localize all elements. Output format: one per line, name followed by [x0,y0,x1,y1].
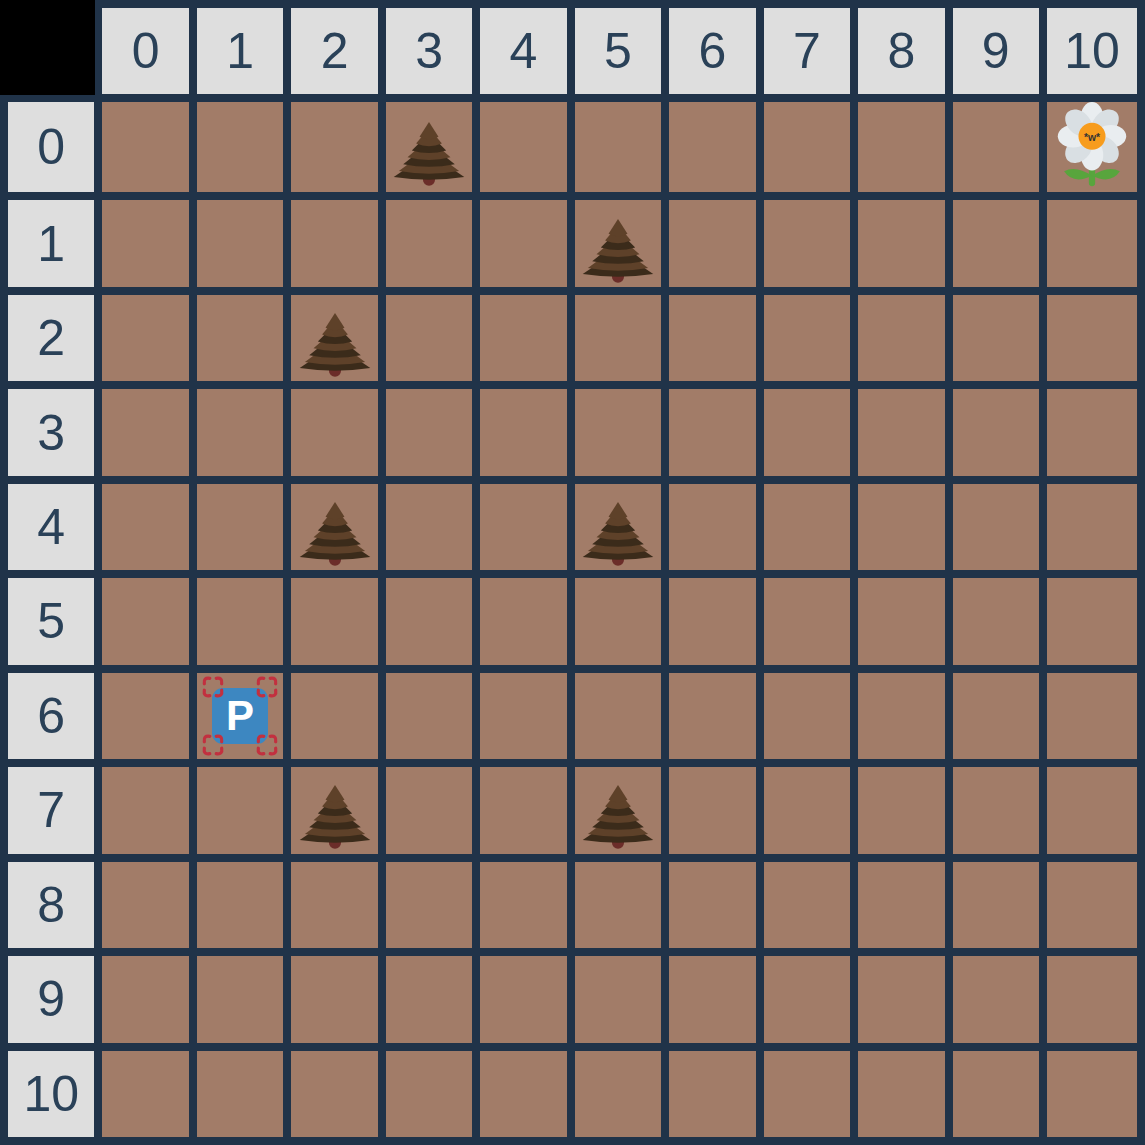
cell-5-9[interactable] [953,578,1039,664]
cell-8-4[interactable] [480,862,566,948]
anger-mark-icon [200,674,226,700]
anger-mark-icon [200,732,226,758]
col-header-2: 2 [291,8,377,94]
cell-7-7[interactable] [764,767,850,853]
cell-8-7[interactable] [764,862,850,948]
row-header-0: 0 [8,102,94,192]
cell-6-7[interactable] [764,673,850,759]
col-header-6: 6 [669,8,755,94]
anger-mark-icon [254,674,280,700]
row-header-2: 2 [8,295,94,381]
row-header-6: 6 [8,673,94,759]
cell-4-5[interactable] [575,484,661,570]
tree-icon [575,767,661,853]
cell-5-3[interactable] [386,578,472,664]
cell-2-4[interactable] [480,295,566,381]
row-header-5: 5 [8,578,94,664]
cell-9-1[interactable] [197,956,283,1042]
game-board: 0123456789100 *w* 1 2 34 [0,0,1145,1145]
cell-6-4[interactable] [480,673,566,759]
cell-2-3[interactable] [386,295,472,381]
col-header-5: 5 [575,8,661,94]
corner-cell [8,8,94,94]
cell-10-0[interactable] [102,1051,188,1137]
col-header-8: 8 [858,8,944,94]
cell-3-0[interactable] [102,389,188,475]
cell-0-0[interactable] [102,102,188,192]
cell-8-3[interactable] [386,862,472,948]
tree-icon [575,484,661,570]
cell-2-2[interactable] [291,295,377,381]
cell-5-4[interactable] [480,578,566,664]
cell-0-2[interactable] [291,102,377,192]
cell-9-0[interactable] [102,956,188,1042]
cell-7-8[interactable] [858,767,944,853]
cell-4-2[interactable] [291,484,377,570]
tree-icon [292,295,378,381]
col-header-1: 1 [197,8,283,94]
cell-9-6[interactable] [669,956,755,1042]
cell-0-8[interactable] [858,102,944,192]
cell-1-6[interactable] [669,200,755,286]
cell-4-7[interactable] [764,484,850,570]
cell-1-3[interactable] [386,200,472,286]
row-header-10: 10 [8,1051,94,1137]
cell-6-1[interactable]: P [197,673,283,759]
col-header-0: 0 [102,8,188,94]
cell-2-5[interactable] [575,295,661,381]
cell-9-10[interactable] [1047,956,1137,1042]
cell-5-1[interactable] [197,578,283,664]
cell-3-2[interactable] [291,389,377,475]
cell-0-9[interactable] [953,102,1039,192]
tree-icon [292,767,378,853]
cell-10-8[interactable] [858,1051,944,1137]
cell-9-3[interactable] [386,956,472,1042]
cell-10-1[interactable] [197,1051,283,1137]
cell-7-2[interactable] [291,767,377,853]
cell-2-9[interactable] [953,295,1039,381]
cell-7-6[interactable] [669,767,755,853]
cell-6-3[interactable] [386,673,472,759]
cell-0-7[interactable] [764,102,850,192]
col-header-9: 9 [953,8,1039,94]
cell-10-6[interactable] [669,1051,755,1137]
col-header-7: 7 [764,8,850,94]
cell-9-5[interactable] [575,956,661,1042]
cell-10-5[interactable] [575,1051,661,1137]
cell-7-0[interactable] [102,767,188,853]
cell-4-3[interactable] [386,484,472,570]
cell-2-10[interactable] [1047,295,1137,381]
cell-9-9[interactable] [953,956,1039,1042]
cell-1-8[interactable] [858,200,944,286]
cell-5-5[interactable] [575,578,661,664]
flower-goal-icon: *w* [1047,102,1137,192]
row-header-8: 8 [8,862,94,948]
cell-0-1[interactable] [197,102,283,192]
tree-icon [575,201,661,287]
cell-8-6[interactable] [669,862,755,948]
cell-4-6[interactable] [669,484,755,570]
cell-6-6[interactable] [669,673,755,759]
cell-2-1[interactable] [197,295,283,381]
cell-6-2[interactable] [291,673,377,759]
cell-2-7[interactable] [764,295,850,381]
cell-10-9[interactable] [953,1051,1039,1137]
cell-5-7[interactable] [764,578,850,664]
cell-3-3[interactable] [386,389,472,475]
cell-7-9[interactable] [953,767,1039,853]
cell-3-4[interactable] [480,389,566,475]
cell-8-1[interactable] [197,862,283,948]
cell-5-2[interactable] [291,578,377,664]
cell-3-5[interactable] [575,389,661,475]
cell-8-2[interactable] [291,862,377,948]
cell-4-1[interactable] [197,484,283,570]
cell-3-1[interactable] [197,389,283,475]
row-header-3: 3 [8,389,94,475]
cell-7-5[interactable] [575,767,661,853]
cell-1-7[interactable] [764,200,850,286]
cell-4-9[interactable] [953,484,1039,570]
cell-5-6[interactable] [669,578,755,664]
cell-6-10[interactable] [1047,673,1137,759]
row-header-9: 9 [8,956,94,1042]
row-header-4: 4 [8,484,94,570]
cell-0-3[interactable] [386,102,472,192]
cell-10-7[interactable] [764,1051,850,1137]
cell-8-10[interactable] [1047,862,1137,948]
cell-8-8[interactable] [858,862,944,948]
cell-10-3[interactable] [386,1051,472,1137]
cell-4-8[interactable] [858,484,944,570]
cell-3-9[interactable] [953,389,1039,475]
cell-0-4[interactable] [480,102,566,192]
cell-10-4[interactable] [480,1051,566,1137]
cell-5-0[interactable] [102,578,188,664]
cell-3-7[interactable] [764,389,850,475]
cell-9-4[interactable] [480,956,566,1042]
cell-1-10[interactable] [1047,200,1137,286]
cell-1-4[interactable] [480,200,566,286]
cell-7-4[interactable] [480,767,566,853]
row-header-1: 1 [8,200,94,286]
cell-8-9[interactable] [953,862,1039,948]
cell-2-6[interactable] [669,295,755,381]
cell-3-10[interactable] [1047,389,1137,475]
cell-2-8[interactable] [858,295,944,381]
cell-9-2[interactable] [291,956,377,1042]
cell-0-5[interactable] [575,102,661,192]
col-header-10: 10 [1047,8,1137,94]
cell-8-5[interactable] [575,862,661,948]
cell-7-1[interactable] [197,767,283,853]
cell-6-8[interactable] [858,673,944,759]
cell-0-6[interactable] [669,102,755,192]
cell-6-9[interactable] [953,673,1039,759]
cell-6-0[interactable] [102,673,188,759]
col-header-4: 4 [480,8,566,94]
cell-1-5[interactable] [575,200,661,286]
cell-7-10[interactable] [1047,767,1137,853]
cell-10-10[interactable] [1047,1051,1137,1137]
cell-8-0[interactable] [102,862,188,948]
cell-3-6[interactable] [669,389,755,475]
cell-3-8[interactable] [858,389,944,475]
cell-9-7[interactable] [764,956,850,1042]
tree-icon [292,484,378,570]
cell-1-0[interactable] [102,200,188,286]
tree-icon [386,104,472,190]
col-header-3: 3 [386,8,472,94]
cell-1-1[interactable] [197,200,283,286]
flower-label: *w* [1084,132,1101,143]
cell-9-8[interactable] [858,956,944,1042]
cell-5-10[interactable] [1047,578,1137,664]
cell-5-8[interactable] [858,578,944,664]
cell-1-9[interactable] [953,200,1039,286]
cell-0-10[interactable]: *w* [1047,102,1137,192]
anger-mark-icon [254,732,280,758]
cell-4-0[interactable] [102,484,188,570]
cell-7-3[interactable] [386,767,472,853]
cell-6-5[interactable] [575,673,661,759]
cell-4-4[interactable] [480,484,566,570]
cell-4-10[interactable] [1047,484,1137,570]
cell-1-2[interactable] [291,200,377,286]
cell-2-0[interactable] [102,295,188,381]
row-header-7: 7 [8,767,94,853]
cell-10-2[interactable] [291,1051,377,1137]
